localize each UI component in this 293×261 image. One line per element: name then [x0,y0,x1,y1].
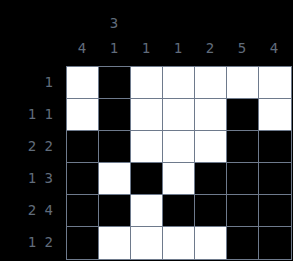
cell-r3c5[interactable] [195,131,227,163]
cell-r1c2[interactable] [99,67,131,99]
col-clue-5: 2 [194,0,226,66]
col-clue-6: 5 [226,0,258,66]
cell-r6c5[interactable] [195,227,227,259]
nonogram-board [66,66,292,260]
col-clue-2: 31 [98,0,130,66]
row-clue-5: 2 4 [0,194,58,226]
cell-r2c2[interactable] [99,99,131,131]
cell-r2c7[interactable] [259,99,291,131]
cell-r6c7[interactable] [259,227,291,259]
cell-r5c5[interactable] [195,195,227,227]
cell-r3c1[interactable] [67,131,99,163]
col-clue-2-num-1: 3 [110,11,118,36]
cell-r2c5[interactable] [195,99,227,131]
cell-r5c7[interactable] [259,195,291,227]
cell-r6c2[interactable] [99,227,131,259]
cell-r3c3[interactable] [131,131,163,163]
cell-r1c1[interactable] [67,67,99,99]
cell-r2c4[interactable] [163,99,195,131]
col-clue-2-num-2: 1 [110,36,118,61]
cell-r3c2[interactable] [99,131,131,163]
cell-r4c3[interactable] [131,163,163,195]
cell-r3c7[interactable] [259,131,291,163]
cell-r3c6[interactable] [227,131,259,163]
cell-r1c7[interactable] [259,67,291,99]
cell-r2c6[interactable] [227,99,259,131]
cell-r5c4[interactable] [163,195,195,227]
row-clue-2: 1 1 [0,98,58,130]
cell-r4c5[interactable] [195,163,227,195]
cell-r1c6[interactable] [227,67,259,99]
cell-r4c2[interactable] [99,163,131,195]
cell-r6c6[interactable] [227,227,259,259]
cell-r5c6[interactable] [227,195,259,227]
row-clue-1: 1 [0,66,58,98]
cell-r1c3[interactable] [131,67,163,99]
row-clue-4: 1 3 [0,162,58,194]
cell-r5c2[interactable] [99,195,131,227]
col-clue-7-num-1: 4 [270,36,278,61]
row-clues: 11 12 21 32 41 2 [0,66,58,258]
col-clue-1-num-1: 4 [78,36,86,61]
col-clue-6-num-1: 5 [238,36,246,61]
row-clue-6: 1 2 [0,226,58,258]
cell-r6c4[interactable] [163,227,195,259]
col-clue-5-num-1: 2 [206,36,214,61]
col-clue-1: 4 [66,0,98,66]
cell-r6c3[interactable] [131,227,163,259]
cell-r5c1[interactable] [67,195,99,227]
cell-r1c5[interactable] [195,67,227,99]
cell-r2c1[interactable] [67,99,99,131]
col-clue-4: 1 [162,0,194,66]
cell-r3c4[interactable] [163,131,195,163]
cell-r6c1[interactable] [67,227,99,259]
cell-r5c3[interactable] [131,195,163,227]
cell-r4c1[interactable] [67,163,99,195]
col-clue-4-num-1: 1 [174,36,182,61]
cell-r4c7[interactable] [259,163,291,195]
col-clue-3-num-1: 1 [142,36,150,61]
row-clue-3: 2 2 [0,130,58,162]
col-clue-7: 4 [258,0,290,66]
cell-r4c6[interactable] [227,163,259,195]
cell-r2c3[interactable] [131,99,163,131]
cell-r4c4[interactable] [163,163,195,195]
col-clue-3: 1 [130,0,162,66]
column-clues: 43111254 [66,0,290,66]
nonogram-puzzle: 43111254 11 12 21 32 41 2 [0,0,293,261]
cell-r1c4[interactable] [163,67,195,99]
